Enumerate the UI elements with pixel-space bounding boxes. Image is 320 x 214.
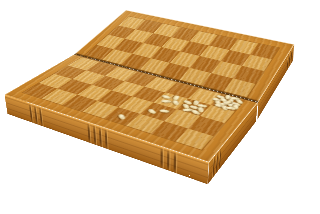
- grain-bean-h4[interactable]: [220, 98, 230, 103]
- square-c3[interactable]: [92, 75, 125, 90]
- grain-bean-g3[interactable]: [194, 100, 200, 105]
- grain-bean-h4[interactable]: [222, 100, 233, 105]
- square-f3[interactable]: [154, 92, 188, 109]
- square-b2[interactable]: [58, 79, 92, 94]
- grain-bean-g3[interactable]: [183, 100, 193, 105]
- square-a1[interactable]: [23, 83, 58, 99]
- grain-bean-g3[interactable]: [182, 103, 191, 109]
- grain-bean-f3[interactable]: [173, 95, 180, 100]
- grain-bean-f3[interactable]: [172, 100, 180, 105]
- grain-bean-g3[interactable]: [191, 109, 201, 115]
- square-h3[interactable]: [200, 105, 235, 123]
- center-groove: [87, 123, 90, 143]
- scene: [0, 0, 320, 214]
- grain-bean-f2[interactable]: [159, 109, 170, 113]
- square-g2[interactable]: [164, 109, 200, 128]
- square-b1[interactable]: [42, 88, 77, 104]
- grain-bean-h4[interactable]: [235, 99, 244, 104]
- corner-groove: [161, 147, 163, 168]
- square-g5[interactable]: [201, 73, 233, 91]
- grain-bean-g3[interactable]: [189, 105, 200, 110]
- square-d2[interactable]: [97, 90, 132, 107]
- center-groove: [93, 125, 96, 145]
- grain-bean-h4[interactable]: [220, 103, 231, 106]
- corner-groove: [174, 152, 177, 173]
- corner-groove: [213, 156, 215, 178]
- square-h5[interactable]: [224, 78, 256, 97]
- square-c2[interactable]: [77, 85, 111, 101]
- square-e3[interactable]: [132, 86, 166, 102]
- grain-bean-f3[interactable]: [161, 100, 171, 103]
- grain-bean-h4[interactable]: [227, 99, 234, 104]
- grain-bean-h4[interactable]: [215, 100, 222, 105]
- square-d1[interactable]: [82, 101, 118, 119]
- square-e1[interactable]: [104, 107, 141, 126]
- square-c1[interactable]: [62, 94, 98, 111]
- square-h2[interactable]: [188, 116, 224, 136]
- grain-bean-e1[interactable]: [118, 114, 126, 120]
- square-g3[interactable]: [176, 98, 211, 116]
- corner-groove: [290, 48, 292, 65]
- grain-bean-f3[interactable]: [161, 94, 172, 99]
- grain-bean-h4[interactable]: [226, 106, 237, 110]
- grain-bean-g3[interactable]: [198, 107, 204, 112]
- chessboard: [4, 24, 292, 163]
- grain-bean-h4[interactable]: [226, 103, 237, 109]
- grain-bean-h4[interactable]: [230, 97, 240, 100]
- grain-bean-h4[interactable]: [231, 102, 242, 107]
- corner-groove: [34, 105, 38, 124]
- corner-groove: [29, 104, 33, 123]
- square-f1[interactable]: [127, 114, 164, 134]
- square-h6[interactable]: [233, 66, 264, 84]
- grain-bean-g3[interactable]: [183, 108, 194, 111]
- grain-bean-f2[interactable]: [147, 109, 157, 115]
- center-groove: [99, 127, 102, 147]
- grain-bean-g3[interactable]: [197, 104, 208, 108]
- square-h1[interactable]: [175, 128, 213, 150]
- corner-groove: [167, 150, 169, 171]
- grain-bean-h4[interactable]: [233, 104, 239, 109]
- square-d3[interactable]: [111, 81, 144, 96]
- grain-bean-h4[interactable]: [221, 105, 230, 111]
- square-e2[interactable]: [119, 96, 154, 113]
- square-f2[interactable]: [141, 103, 177, 121]
- grain-bean-h4[interactable]: [226, 95, 231, 100]
- center-groove: [105, 129, 108, 149]
- grain-bean-h4[interactable]: [216, 95, 227, 100]
- grain-bean-h4[interactable]: [212, 98, 223, 102]
- corner-groove: [219, 148, 221, 170]
- grain-bean-h4[interactable]: [214, 103, 225, 108]
- square-g1[interactable]: [150, 121, 188, 142]
- corner-groove: [39, 107, 43, 126]
